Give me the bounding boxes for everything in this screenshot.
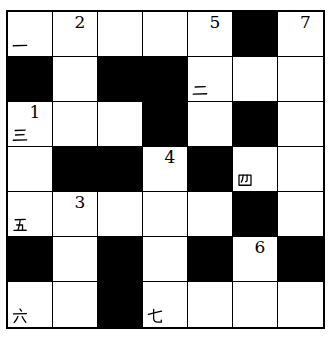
black-cell-r6c7 bbox=[278, 237, 323, 282]
across-clue-marker-三 bbox=[11, 126, 29, 144]
white-cell-r4c4[interactable]: 4 bbox=[143, 147, 188, 192]
white-cell-r2c7[interactable] bbox=[278, 57, 323, 102]
white-cell-r5c1[interactable] bbox=[8, 192, 53, 237]
black-cell-r2c4 bbox=[143, 57, 188, 102]
down-clue-number: 1 bbox=[30, 102, 41, 123]
white-cell-r2c2[interactable] bbox=[53, 57, 98, 102]
white-cell-r5c2[interactable]: 3 bbox=[53, 192, 98, 237]
black-cell-r2c1 bbox=[8, 57, 53, 102]
black-cell-r5c6 bbox=[233, 192, 278, 237]
white-cell-r6c6[interactable]: 6 bbox=[233, 237, 278, 282]
white-cell-r1c7[interactable]: 7 bbox=[278, 12, 323, 57]
white-cell-r7c1[interactable] bbox=[8, 282, 53, 327]
black-cell-r2c3 bbox=[98, 57, 143, 102]
down-clue-number: 6 bbox=[255, 237, 266, 258]
across-clue-marker-五 bbox=[11, 216, 29, 234]
white-cell-r5c3[interactable] bbox=[98, 192, 143, 237]
white-cell-r4c6[interactable] bbox=[233, 147, 278, 192]
white-cell-r1c4[interactable] bbox=[143, 12, 188, 57]
across-clue-marker-二 bbox=[191, 81, 209, 99]
white-cell-r1c1[interactable] bbox=[8, 12, 53, 57]
white-cell-r4c7[interactable] bbox=[278, 147, 323, 192]
white-cell-r2c5[interactable] bbox=[188, 57, 233, 102]
white-cell-r6c2[interactable] bbox=[53, 237, 98, 282]
black-cell-r4c5 bbox=[188, 147, 233, 192]
black-cell-r1c6 bbox=[233, 12, 278, 57]
white-cell-r3c5[interactable] bbox=[188, 102, 233, 147]
down-clue-number: 5 bbox=[210, 12, 221, 33]
white-cell-r1c2[interactable]: 2 bbox=[53, 12, 98, 57]
white-cell-r3c3[interactable] bbox=[98, 102, 143, 147]
white-cell-r1c3[interactable] bbox=[98, 12, 143, 57]
white-cell-r7c2[interactable] bbox=[53, 282, 98, 327]
white-cell-r5c7[interactable] bbox=[278, 192, 323, 237]
white-cell-r7c7[interactable] bbox=[278, 282, 323, 327]
white-cell-r4c1[interactable] bbox=[8, 147, 53, 192]
white-cell-r2c6[interactable] bbox=[233, 57, 278, 102]
down-clue-number: 3 bbox=[75, 192, 86, 213]
across-clue-marker-一 bbox=[11, 36, 29, 54]
crossword-grid: 2571436 bbox=[6, 10, 325, 329]
white-cell-r3c1[interactable]: 1 bbox=[8, 102, 53, 147]
black-cell-r3c4 bbox=[143, 102, 188, 147]
white-cell-r5c5[interactable] bbox=[188, 192, 233, 237]
white-cell-r6c4[interactable] bbox=[143, 237, 188, 282]
down-clue-number: 4 bbox=[165, 147, 176, 168]
white-cell-r3c2[interactable] bbox=[53, 102, 98, 147]
across-clue-marker-四 bbox=[236, 171, 254, 189]
across-clue-marker-七 bbox=[146, 307, 164, 325]
white-cell-r3c7[interactable] bbox=[278, 102, 323, 147]
black-cell-r6c5 bbox=[188, 237, 233, 282]
down-clue-number: 7 bbox=[300, 12, 311, 33]
across-clue-marker-六 bbox=[11, 307, 29, 325]
white-cell-r1c5[interactable]: 5 bbox=[188, 12, 233, 57]
white-cell-r7c4[interactable] bbox=[143, 282, 188, 327]
white-cell-r5c4[interactable] bbox=[143, 192, 188, 237]
black-cell-r3c6 bbox=[233, 102, 278, 147]
white-cell-r7c5[interactable] bbox=[188, 282, 233, 327]
black-cell-r4c3 bbox=[98, 147, 143, 192]
black-cell-r7c3 bbox=[98, 282, 143, 327]
crossword-page: 2571436 bbox=[0, 0, 334, 345]
black-cell-r6c3 bbox=[98, 237, 143, 282]
down-clue-number: 2 bbox=[75, 12, 86, 33]
white-cell-r7c6[interactable] bbox=[233, 282, 278, 327]
black-cell-r6c1 bbox=[8, 237, 53, 282]
black-cell-r4c2 bbox=[53, 147, 98, 192]
